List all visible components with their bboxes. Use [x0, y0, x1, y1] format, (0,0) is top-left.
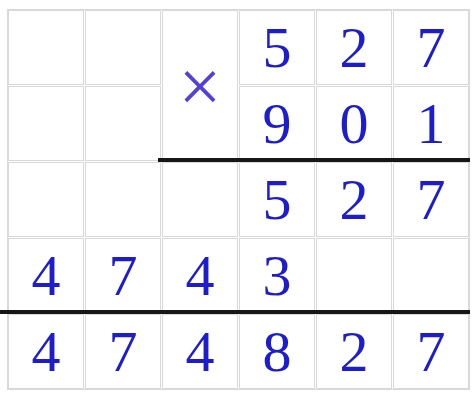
cell-r5c3: 4	[162, 314, 238, 389]
cell-r3c2	[85, 162, 161, 237]
cell-r4c1: 4	[8, 238, 84, 313]
cell-r4c2: 7	[85, 238, 161, 313]
cell-r5c1: 4	[8, 314, 84, 389]
cell-r4c4: 3	[239, 238, 315, 313]
cell-r1c6: 7	[393, 10, 469, 85]
cell-r4c5	[316, 238, 392, 313]
cell-r3c6: 7	[393, 162, 469, 237]
cell-r1c4: 5	[239, 10, 315, 85]
multiplication-worksheet: ×5279015274743474827	[7, 9, 470, 390]
multiplication-grid: ×5279015274743474827	[7, 9, 470, 390]
cell-r3c5: 2	[316, 162, 392, 237]
cell-r5c4: 8	[239, 314, 315, 389]
cell-r1c1	[8, 10, 84, 85]
cell-r3c1	[8, 162, 84, 237]
cell-r3c3	[162, 162, 238, 237]
cell-r2c4: 9	[239, 86, 315, 161]
cell-r4c3: 4	[162, 238, 238, 313]
cell-r2c6: 1	[393, 86, 469, 161]
cell-r5c2: 7	[85, 314, 161, 389]
result-rule	[0, 310, 470, 314]
cell-r2c5: 0	[316, 86, 392, 161]
cell-r5c6: 7	[393, 314, 469, 389]
cell-r3c4: 5	[239, 162, 315, 237]
cell-r1c2	[85, 10, 161, 85]
cell-r2c2	[85, 86, 161, 161]
cell-r1c5: 2	[316, 10, 392, 85]
cell-r2c1	[8, 86, 84, 161]
cell-r5c5: 2	[316, 314, 392, 389]
cell-r4c6	[393, 238, 469, 313]
partial-product-rule	[158, 158, 470, 162]
multiplication-sign: ×	[162, 10, 238, 161]
